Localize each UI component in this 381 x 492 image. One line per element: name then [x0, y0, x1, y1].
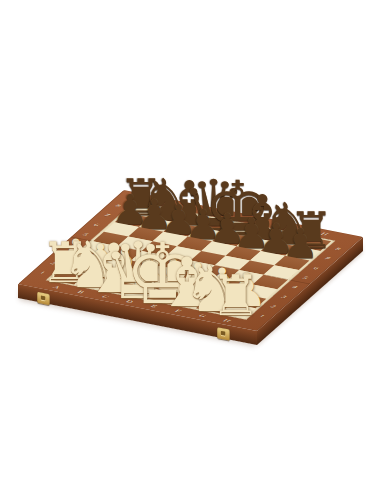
brass-clasp-front — [217, 327, 230, 340]
chess-set-photo-stage: ABCDEFGH 87654321 87654321 ABCDEFGH ♜♞♝♛… — [0, 0, 381, 492]
chess-board: ABCDEFGH 87654321 87654321 ABCDEFGH ♜♞♝♛… — [18, 190, 363, 331]
fold-seam-line — [71, 237, 92, 242]
brass-clasp-left — [37, 292, 50, 305]
fold-seam-line — [289, 280, 310, 285]
